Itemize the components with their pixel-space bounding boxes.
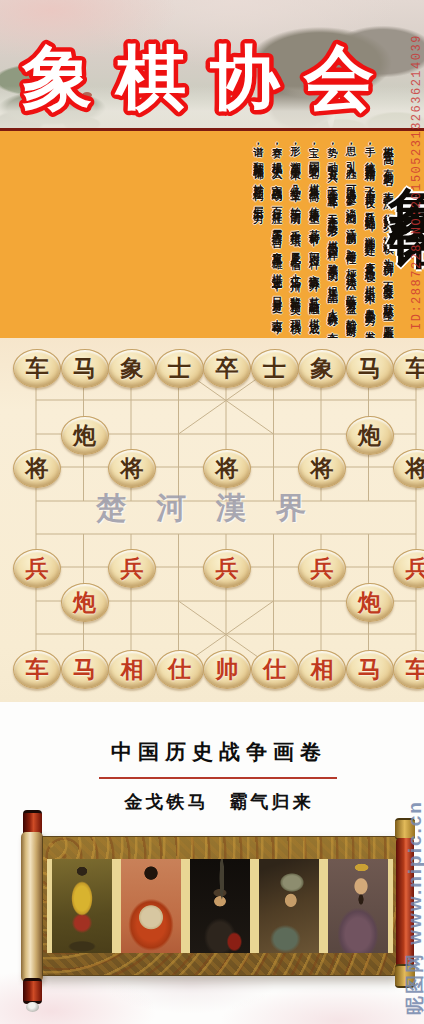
- footer-title: 中国历史战争画卷: [0, 738, 424, 766]
- banner: 象棋协会: [0, 0, 424, 128]
- portrait-emperor-crown: [328, 859, 388, 953]
- piece-士: 士: [156, 349, 204, 388]
- piece-兵: 兵: [13, 549, 61, 588]
- portrait-emperor-red-robe: [121, 859, 181, 953]
- portrait-strip: [47, 859, 393, 953]
- piece-马: 马: [61, 349, 109, 388]
- piece-车: 车: [393, 349, 424, 388]
- piece-兵: 兵: [203, 549, 251, 588]
- history-scroll: [0, 810, 424, 1020]
- piece-兵: 兵: [298, 549, 346, 588]
- essay-panel: 棋不在高，有步则名；步不在深，得势则灵。斯是象棋，为吾所钟。不解之缘，获取终生。…: [0, 131, 424, 338]
- portrait-general-headwrap: [259, 859, 319, 953]
- watermark-nipic: 昵图网 www.nipic.cn: [402, 785, 424, 1015]
- piece-将: 将: [393, 449, 424, 488]
- piece-炮: 炮: [346, 416, 394, 455]
- piece-相: 相: [298, 650, 346, 689]
- portrait-emperor-yellow-robe: [52, 859, 112, 953]
- footer: 中国历史战争画卷 金戈铁马 霸气归来: [0, 702, 424, 1024]
- banner-title-art: 象棋协会: [0, 0, 424, 128]
- piece-将: 将: [298, 449, 346, 488]
- piece-兵: 兵: [393, 549, 424, 588]
- piece-将: 将: [13, 449, 61, 488]
- piece-仕: 仕: [156, 650, 204, 689]
- piece-帅: 帅: [203, 650, 251, 689]
- piece-车: 车: [393, 650, 424, 689]
- piece-卒: 卒: [203, 349, 251, 388]
- portrait-warrior-tall-plume: [190, 859, 250, 953]
- piece-将: 将: [108, 449, 156, 488]
- piece-马: 马: [61, 650, 109, 689]
- piece-车: 车: [13, 650, 61, 689]
- essay-vertical-text: 棋不在高，有步则名；步不在深，得势则灵。斯是象棋，为吾所钟。不解之缘，获取终生。…: [249, 138, 398, 330]
- watermark-id-number: ID:2887228 NO:20150523132636214039: [410, 0, 424, 330]
- scroll-left-roller: [21, 832, 43, 982]
- scroll-left-knob-tip: [26, 1002, 39, 1012]
- poster: 象棋协会 棋不在高，有步则名；步不在深，得势则灵。斯是象棋，为吾所钟。不解之缘，…: [0, 0, 424, 1024]
- piece-仕: 仕: [251, 650, 299, 689]
- piece-兵: 兵: [108, 549, 156, 588]
- scroll-left-knob-bottom: [23, 978, 42, 1004]
- piece-炮: 炮: [61, 416, 109, 455]
- banner-title: 象棋协会: [21, 39, 398, 117]
- piece-士: 士: [251, 349, 299, 388]
- pieces-layer: 车马象士卒士象马车炮炮将将将将将兵兵兵兵兵炮炮车马相仕帅仕相马车: [0, 338, 424, 702]
- piece-象: 象: [108, 349, 156, 388]
- red-rule: [99, 777, 337, 779]
- piece-炮: 炮: [61, 583, 109, 622]
- piece-象: 象: [298, 349, 346, 388]
- xiangqi-board: 楚河漢界 车马象士卒士象马车炮炮将将将将将兵兵兵兵兵炮炮车马相仕帅仕相马车: [0, 338, 424, 702]
- piece-将: 将: [203, 449, 251, 488]
- piece-马: 马: [346, 650, 394, 689]
- piece-车: 车: [13, 349, 61, 388]
- piece-马: 马: [346, 349, 394, 388]
- piece-相: 相: [108, 650, 156, 689]
- piece-炮: 炮: [346, 583, 394, 622]
- scroll-brocade-body: [42, 836, 398, 976]
